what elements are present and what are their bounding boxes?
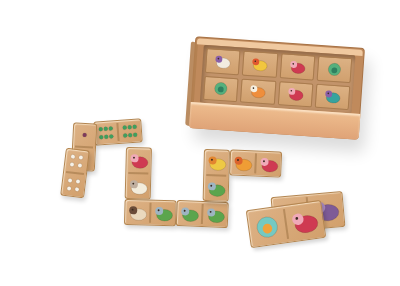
animal-crab-icon [258,155,280,173]
animal-sheep-icon [127,178,148,196]
animal-half-crab [126,148,151,173]
animal-half-crocodile [151,201,176,226]
domino-crab-sheep[interactable] [125,147,152,200]
animal-cat-icon [232,154,254,172]
domino-lion-crocodile[interactable] [203,149,230,202]
animal-half-crab [256,151,281,176]
animal-half-cat [230,150,255,175]
animal-half-fishbowl [247,206,288,247]
animal-half-crocodile [177,201,202,226]
animal-crocodile-icon [204,206,226,224]
animal-pug-icon [127,204,148,222]
animal-half-pug [125,200,150,225]
animal-half-crocodile [203,202,228,227]
animal-crocodile-icon [205,180,226,198]
domino-crocodile-crocodile[interactable] [176,200,229,228]
animal-half-lion [204,150,229,175]
animal-crab-icon [288,207,321,236]
domino-cat-crab[interactable] [229,149,282,177]
domino-pug-crocodile[interactable] [124,199,177,226]
animal-half-sheep [126,174,151,199]
product-photo-stage [0,0,400,286]
animal-crab-icon [128,152,149,170]
animal-half-crocodile [204,176,229,201]
animal-half-crab [284,201,325,242]
animal-domino-chain [0,0,400,286]
animal-crocodile-icon [178,205,200,223]
animal-fishbowl-icon [251,212,284,241]
animal-lion-icon [206,154,227,172]
animal-crocodile-icon [153,204,174,222]
